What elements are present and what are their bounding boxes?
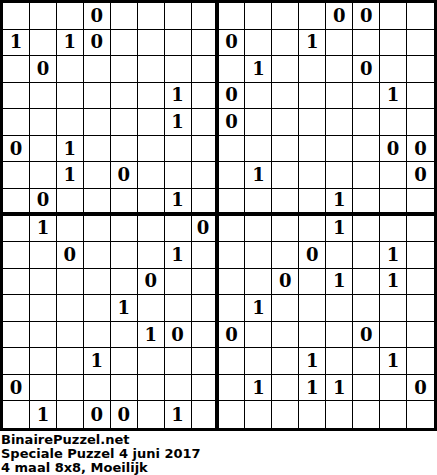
cell-r5c14[interactable] — [353, 109, 380, 136]
cell-r16c3[interactable] — [57, 401, 84, 428]
cell-r10c5[interactable] — [111, 242, 138, 269]
cell-r13c4[interactable] — [84, 322, 111, 349]
cell-r16c13[interactable] — [326, 401, 353, 428]
cell-r6c9[interactable] — [219, 136, 246, 163]
cell-r14c1[interactable] — [3, 348, 30, 375]
cell-r3c7[interactable] — [165, 56, 192, 83]
cell-r6c7[interactable] — [165, 136, 192, 163]
cell-r10c14[interactable] — [353, 242, 380, 269]
cell-r9c4[interactable] — [84, 216, 111, 243]
cell-r10c3: 0 — [57, 242, 84, 269]
cell-r3c6[interactable] — [138, 56, 165, 83]
cell-r9c16[interactable] — [407, 216, 434, 243]
cell-r14c8[interactable] — [192, 348, 219, 375]
cell-r10c6[interactable] — [138, 242, 165, 269]
cell-r1c4: 0 — [84, 3, 111, 30]
cell-r13c9: 0 — [219, 322, 246, 349]
puzzle-difficulty: 4 maal 8x8, Moeilijk — [1, 461, 437, 475]
cell-r13c3[interactable] — [57, 322, 84, 349]
cell-r4c5[interactable] — [111, 83, 138, 110]
cell-r4c7: 1 — [165, 83, 192, 110]
cell-r1c3[interactable] — [57, 3, 84, 30]
cell-r1c9[interactable] — [219, 3, 246, 30]
cell-r4c9: 0 — [219, 83, 246, 110]
cell-r4c6[interactable] — [138, 83, 165, 110]
cell-r9c3[interactable] — [57, 216, 84, 243]
cell-r6c4[interactable] — [84, 136, 111, 163]
cell-r15c15[interactable] — [380, 375, 407, 402]
cell-r11c5[interactable] — [111, 269, 138, 296]
cell-r1c1[interactable] — [3, 3, 30, 30]
cell-r4c1[interactable] — [3, 83, 30, 110]
cell-r12c9[interactable] — [219, 295, 246, 322]
cell-r16c12[interactable] — [299, 401, 326, 428]
cell-r11c11: 0 — [272, 269, 299, 296]
cell-r15c6[interactable] — [138, 375, 165, 402]
cell-r9c9[interactable] — [219, 216, 246, 243]
cell-r10c9[interactable] — [219, 242, 246, 269]
cell-r2c4: 0 — [84, 30, 111, 57]
cell-r1c10[interactable] — [245, 3, 272, 30]
cell-r2c3: 1 — [57, 30, 84, 57]
cell-r1c8[interactable] — [192, 3, 219, 30]
cell-r11c2[interactable] — [30, 269, 57, 296]
cell-r9c12[interactable] — [299, 216, 326, 243]
cell-r9c2: 1 — [30, 216, 57, 243]
cell-r11c6: 0 — [138, 269, 165, 296]
cell-r12c4[interactable] — [84, 295, 111, 322]
cell-r13c10[interactable] — [245, 322, 272, 349]
cell-r14c4: 1 — [84, 348, 111, 375]
cell-r10c2[interactable] — [30, 242, 57, 269]
cell-r8c14[interactable] — [353, 189, 380, 216]
cell-r3c15[interactable] — [380, 56, 407, 83]
puzzle-caption: BinairePuzzel.net Speciale Puzzel 4 juni… — [0, 431, 437, 475]
cell-r5c10[interactable] — [245, 109, 272, 136]
cell-r9c14[interactable] — [353, 216, 380, 243]
cell-r7c9[interactable] — [219, 162, 246, 189]
cell-r1c7[interactable] — [165, 3, 192, 30]
cell-r2c5[interactable] — [111, 30, 138, 57]
cell-r8c9[interactable] — [219, 189, 246, 216]
cell-r12c14[interactable] — [353, 295, 380, 322]
cell-r4c11[interactable] — [272, 83, 299, 110]
cell-r4c13[interactable] — [326, 83, 353, 110]
cell-r5c2[interactable] — [30, 109, 57, 136]
cell-r10c8[interactable] — [192, 242, 219, 269]
cell-r4c12[interactable] — [299, 83, 326, 110]
cell-r3c14: 0 — [353, 56, 380, 83]
cell-r11c9[interactable] — [219, 269, 246, 296]
cell-r15c9[interactable] — [219, 375, 246, 402]
cell-r15c13: 1 — [326, 375, 353, 402]
cell-r5c8[interactable] — [192, 109, 219, 136]
cell-r7c1[interactable] — [3, 162, 30, 189]
cell-r8c10[interactable] — [245, 189, 272, 216]
cell-r16c9[interactable] — [219, 401, 246, 428]
cell-r4c3[interactable] — [57, 83, 84, 110]
cell-r6c15: 0 — [380, 136, 407, 163]
puzzle-board: 0001100101010110010010100111010101001111… — [0, 0, 437, 431]
cell-r3c12[interactable] — [299, 56, 326, 83]
cell-r5c11[interactable] — [272, 109, 299, 136]
cell-r14c10[interactable] — [245, 348, 272, 375]
cell-r5c9: 0 — [219, 109, 246, 136]
cell-r15c4[interactable] — [84, 375, 111, 402]
cell-r5c4[interactable] — [84, 109, 111, 136]
cell-r7c16: 0 — [407, 162, 434, 189]
cell-r6c14[interactable] — [353, 136, 380, 163]
cell-r7c5: 0 — [111, 162, 138, 189]
cell-r11c15: 1 — [380, 269, 407, 296]
cell-r9c15[interactable] — [380, 216, 407, 243]
cell-r13c15[interactable] — [380, 322, 407, 349]
cell-r13c8[interactable] — [192, 322, 219, 349]
cell-r9c1[interactable] — [3, 216, 30, 243]
cell-r15c8[interactable] — [192, 375, 219, 402]
cell-r2c6[interactable] — [138, 30, 165, 57]
cell-r13c13[interactable] — [326, 322, 353, 349]
cell-r4c4[interactable] — [84, 83, 111, 110]
cell-r7c15[interactable] — [380, 162, 407, 189]
cell-r10c11[interactable] — [272, 242, 299, 269]
cell-r16c2: 1 — [30, 401, 57, 428]
cell-r7c6[interactable] — [138, 162, 165, 189]
cell-r11c13: 1 — [326, 269, 353, 296]
cell-r3c2: 0 — [30, 56, 57, 83]
cell-r4c10[interactable] — [245, 83, 272, 110]
cell-r2c15[interactable] — [380, 30, 407, 57]
cell-r7c2[interactable] — [30, 162, 57, 189]
cell-r10c1[interactable] — [3, 242, 30, 269]
cell-r15c2[interactable] — [30, 375, 57, 402]
cell-r12c15[interactable] — [380, 295, 407, 322]
cell-r12c1[interactable] — [3, 295, 30, 322]
cell-r10c12: 0 — [299, 242, 326, 269]
cell-r4c2[interactable] — [30, 83, 57, 110]
cell-r12c8[interactable] — [192, 295, 219, 322]
cell-r14c13[interactable] — [326, 348, 353, 375]
cell-r12c16[interactable] — [407, 295, 434, 322]
cell-r1c16[interactable] — [407, 3, 434, 30]
cell-r5c5[interactable] — [111, 109, 138, 136]
cell-r6c10[interactable] — [245, 136, 272, 163]
cell-r7c7[interactable] — [165, 162, 192, 189]
cell-r5c16[interactable] — [407, 109, 434, 136]
cell-r6c1: 0 — [3, 136, 30, 163]
cell-r5c6[interactable] — [138, 109, 165, 136]
cell-r7c3: 1 — [57, 162, 84, 189]
cell-r5c3[interactable] — [57, 109, 84, 136]
cell-r1c5[interactable] — [111, 3, 138, 30]
cell-r8c15[interactable] — [380, 189, 407, 216]
cell-r16c6[interactable] — [138, 401, 165, 428]
cell-r5c7: 1 — [165, 109, 192, 136]
cell-r16c14[interactable] — [353, 401, 380, 428]
cell-r3c16[interactable] — [407, 56, 434, 83]
cell-r7c12[interactable] — [299, 162, 326, 189]
cell-r9c13: 1 — [326, 216, 353, 243]
cell-r6c13[interactable] — [326, 136, 353, 163]
cell-r15c1: 0 — [3, 375, 30, 402]
cell-r10c10[interactable] — [245, 242, 272, 269]
cell-r10c4[interactable] — [84, 242, 111, 269]
cell-r14c12: 1 — [299, 348, 326, 375]
cell-r2c12: 1 — [299, 30, 326, 57]
cell-r3c13[interactable] — [326, 56, 353, 83]
cell-r8c7: 1 — [165, 189, 192, 216]
cell-r14c3[interactable] — [57, 348, 84, 375]
cell-r13c16[interactable] — [407, 322, 434, 349]
cell-r8c8[interactable] — [192, 189, 219, 216]
cell-r16c10[interactable] — [245, 401, 272, 428]
cell-r16c16[interactable] — [407, 401, 434, 428]
cell-r2c16[interactable] — [407, 30, 434, 57]
cell-r10c16[interactable] — [407, 242, 434, 269]
cell-r15c5[interactable] — [111, 375, 138, 402]
cell-r3c11[interactable] — [272, 56, 299, 83]
cell-r8c13: 1 — [326, 189, 353, 216]
cell-r5c1[interactable] — [3, 109, 30, 136]
cell-r10c15: 1 — [380, 242, 407, 269]
cell-r2c2[interactable] — [30, 30, 57, 57]
cell-r15c14[interactable] — [353, 375, 380, 402]
cell-r16c8[interactable] — [192, 401, 219, 428]
cell-r9c11[interactable] — [272, 216, 299, 243]
cell-r6c3: 1 — [57, 136, 84, 163]
cell-r14c15: 1 — [380, 348, 407, 375]
cell-r7c10: 1 — [245, 162, 272, 189]
cell-r9c10[interactable] — [245, 216, 272, 243]
cell-r3c5[interactable] — [111, 56, 138, 83]
cell-r2c14[interactable] — [353, 30, 380, 57]
cell-r15c10: 1 — [245, 375, 272, 402]
cell-r7c13[interactable] — [326, 162, 353, 189]
cell-r1c15[interactable] — [380, 3, 407, 30]
cell-r12c6[interactable] — [138, 295, 165, 322]
cell-r3c8[interactable] — [192, 56, 219, 83]
cell-r7c4[interactable] — [84, 162, 111, 189]
cell-r11c8[interactable] — [192, 269, 219, 296]
cell-r7c11[interactable] — [272, 162, 299, 189]
cell-r6c2[interactable] — [30, 136, 57, 163]
cell-r15c11[interactable] — [272, 375, 299, 402]
cell-r7c14[interactable] — [353, 162, 380, 189]
cell-r14c6[interactable] — [138, 348, 165, 375]
cell-r3c1[interactable] — [3, 56, 30, 83]
cell-r11c14[interactable] — [353, 269, 380, 296]
cell-r2c1: 1 — [3, 30, 30, 57]
cell-r12c11[interactable] — [272, 295, 299, 322]
cell-r4c16[interactable] — [407, 83, 434, 110]
cell-r6c16: 0 — [407, 136, 434, 163]
cell-r1c14: 0 — [353, 3, 380, 30]
cell-r2c7[interactable] — [165, 30, 192, 57]
cell-r15c7[interactable] — [165, 375, 192, 402]
cell-r16c7: 1 — [165, 401, 192, 428]
cell-r9c6[interactable] — [138, 216, 165, 243]
cell-r10c13[interactable] — [326, 242, 353, 269]
cell-r8c3[interactable] — [57, 189, 84, 216]
cell-r14c9[interactable] — [219, 348, 246, 375]
cell-r15c16: 0 — [407, 375, 434, 402]
cell-r13c2[interactable] — [30, 322, 57, 349]
cell-r4c8[interactable] — [192, 83, 219, 110]
cell-r1c13: 0 — [326, 3, 353, 30]
cell-r11c4[interactable] — [84, 269, 111, 296]
cell-r14c16[interactable] — [407, 348, 434, 375]
cell-r14c7[interactable] — [165, 348, 192, 375]
cell-r16c4: 0 — [84, 401, 111, 428]
cell-r5c13[interactable] — [326, 109, 353, 136]
cell-r6c11[interactable] — [272, 136, 299, 163]
cell-r3c4[interactable] — [84, 56, 111, 83]
cell-r6c12[interactable] — [299, 136, 326, 163]
cell-r12c5: 1 — [111, 295, 138, 322]
cell-r6c6[interactable] — [138, 136, 165, 163]
cell-r1c2[interactable] — [30, 3, 57, 30]
cell-r6c5[interactable] — [111, 136, 138, 163]
cell-r2c13[interactable] — [326, 30, 353, 57]
cell-r8c6[interactable] — [138, 189, 165, 216]
cell-r8c12[interactable] — [299, 189, 326, 216]
cell-r1c6[interactable] — [138, 3, 165, 30]
cell-r12c12[interactable] — [299, 295, 326, 322]
cell-r3c3[interactable] — [57, 56, 84, 83]
cell-r2c10[interactable] — [245, 30, 272, 57]
cell-r4c14[interactable] — [353, 83, 380, 110]
cell-r5c15[interactable] — [380, 109, 407, 136]
cell-r14c5[interactable] — [111, 348, 138, 375]
cell-r8c5[interactable] — [111, 189, 138, 216]
cell-r16c1[interactable] — [3, 401, 30, 428]
cell-r16c5: 0 — [111, 401, 138, 428]
cell-r6c8[interactable] — [192, 136, 219, 163]
cell-r8c16[interactable] — [407, 189, 434, 216]
cell-r7c8[interactable] — [192, 162, 219, 189]
site-name: BinairePuzzel.net — [1, 433, 437, 447]
cell-r13c12[interactable] — [299, 322, 326, 349]
cell-r13c6: 1 — [138, 322, 165, 349]
cell-r16c11[interactable] — [272, 401, 299, 428]
cell-r3c9[interactable] — [219, 56, 246, 83]
cell-r2c8[interactable] — [192, 30, 219, 57]
cell-r12c13[interactable] — [326, 295, 353, 322]
cell-r8c11[interactable] — [272, 189, 299, 216]
cell-r2c9: 0 — [219, 30, 246, 57]
cell-r9c8: 0 — [192, 216, 219, 243]
cell-r12c10: 1 — [245, 295, 272, 322]
cell-r13c5[interactable] — [111, 322, 138, 349]
cell-r12c2[interactable] — [30, 295, 57, 322]
cell-r13c11[interactable] — [272, 322, 299, 349]
cell-r9c5[interactable] — [111, 216, 138, 243]
cell-r5c12[interactable] — [299, 109, 326, 136]
cell-r13c7: 0 — [165, 322, 192, 349]
cell-r16c15[interactable] — [380, 401, 407, 428]
cell-r8c4[interactable] — [84, 189, 111, 216]
cell-r14c2[interactable] — [30, 348, 57, 375]
cell-r13c1[interactable] — [3, 322, 30, 349]
cell-r10c7: 1 — [165, 242, 192, 269]
cell-r15c3[interactable] — [57, 375, 84, 402]
cell-r14c11[interactable] — [272, 348, 299, 375]
cell-r2c11[interactable] — [272, 30, 299, 57]
cell-r4c15: 1 — [380, 83, 407, 110]
cell-r8c2: 0 — [30, 189, 57, 216]
cell-r11c12[interactable] — [299, 269, 326, 296]
cell-r11c1[interactable] — [3, 269, 30, 296]
cell-r1c12[interactable] — [299, 3, 326, 30]
cell-r15c12: 1 — [299, 375, 326, 402]
cell-r1c11[interactable] — [272, 3, 299, 30]
cell-r3c10: 1 — [245, 56, 272, 83]
cell-r11c10[interactable] — [245, 269, 272, 296]
cell-r11c3[interactable] — [57, 269, 84, 296]
cell-r11c16[interactable] — [407, 269, 434, 296]
cell-r14c14[interactable] — [353, 348, 380, 375]
cell-r13c14: 0 — [353, 322, 380, 349]
cell-r11c7[interactable] — [165, 269, 192, 296]
cell-r8c1[interactable] — [3, 189, 30, 216]
binary-puzzle-page: 0001100101010110010010100111010101001111… — [0, 0, 437, 475]
cell-r12c7[interactable] — [165, 295, 192, 322]
cell-r12c3[interactable] — [57, 295, 84, 322]
puzzle-title: Speciale Puzzel 4 juni 2017 — [1, 447, 437, 461]
cell-r9c7[interactable] — [165, 216, 192, 243]
